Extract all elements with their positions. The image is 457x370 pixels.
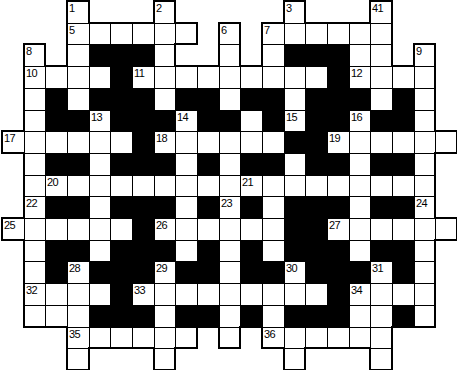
black-cell-r5c6: [132, 110, 155, 132]
cell-r3c14[interactable]: [305, 66, 328, 89]
cell-r16c3[interactable]: [67, 348, 90, 370]
clue-number-41: 41: [372, 2, 383, 14]
cell-r8c12[interactable]: [262, 175, 285, 197]
cell-r10c4[interactable]: [89, 218, 111, 241]
board-outline-segment: [218, 326, 220, 349]
cell-r14c16[interactable]: [349, 305, 371, 328]
clue-number-6: 6: [221, 24, 227, 36]
cell-r10c16[interactable]: [349, 218, 371, 241]
cell-r13c18[interactable]: [392, 283, 415, 306]
cell-r15c12[interactable]: 36: [262, 327, 285, 349]
cell-r14c19[interactable]: [414, 305, 436, 328]
black-cell-r2c15: [327, 44, 350, 67]
black-cell-r10c13: [284, 218, 306, 241]
board-outline-segment: [391, 22, 393, 45]
clue-number-19: 19: [329, 132, 340, 144]
black-cell-r6c6: [132, 131, 155, 154]
black-cell-r7c2: [45, 153, 68, 176]
board-outline-segment: [1, 217, 25, 219]
board-outline-segment: [174, 65, 198, 67]
black-cell-r4c9: [197, 88, 220, 111]
cell-r10c11[interactable]: [240, 218, 263, 241]
cell-r8c14[interactable]: [305, 175, 328, 197]
cell-r15c8[interactable]: [175, 327, 198, 349]
board-outline-segment: [434, 152, 436, 176]
black-cell-r12c11: [240, 261, 263, 284]
cell-r12c7[interactable]: 29: [154, 261, 176, 284]
board-outline-segment: [434, 65, 436, 89]
cell-r9c1[interactable]: 22: [24, 196, 46, 219]
black-cell-r7c11: [240, 153, 263, 176]
board-outline-segment: [66, 347, 68, 370]
board-outline-segment: [304, 0, 306, 24]
board-outline-segment: [88, 347, 111, 349]
cell-r5c19[interactable]: [414, 110, 436, 132]
cell-r4c1[interactable]: [24, 88, 46, 111]
cell-r10c10[interactable]: [219, 218, 241, 241]
cell-r10c3[interactable]: [67, 218, 90, 241]
cell-r2c19[interactable]: 9: [414, 44, 436, 67]
board-outline-segment: [434, 152, 457, 154]
cell-r8c9[interactable]: [197, 175, 220, 197]
cell-r13c4[interactable]: [89, 283, 111, 306]
black-cell-r7c12: [262, 153, 285, 176]
board-outline-segment: [413, 43, 436, 45]
cell-r3c10[interactable]: [219, 66, 241, 89]
cell-r13c19[interactable]: [414, 283, 436, 306]
board-outline-segment: [88, 347, 90, 370]
cell-r9c10[interactable]: 23: [219, 196, 241, 219]
cell-r3c17[interactable]: [370, 66, 393, 89]
clue-number-15: 15: [286, 111, 297, 123]
cell-r15c15[interactable]: [327, 327, 350, 349]
cell-r6c10[interactable]: [219, 131, 241, 154]
cell-r11c12[interactable]: [262, 240, 285, 262]
cell-r5c8[interactable]: 14: [175, 110, 198, 132]
cell-r7c16[interactable]: [349, 153, 371, 176]
board-outline-segment: [44, 326, 68, 328]
cell-r1c10[interactable]: 6: [219, 23, 241, 45]
board-outline-segment: [261, 326, 263, 349]
cell-r7c1[interactable]: [24, 153, 46, 176]
board-outline-segment: [218, 347, 241, 349]
cell-r15c7[interactable]: [154, 327, 176, 349]
cell-r13c16[interactable]: 34: [349, 283, 371, 306]
cell-r3c13[interactable]: [284, 66, 306, 89]
cell-r10c20[interactable]: [435, 218, 457, 241]
cell-r13c11[interactable]: [240, 283, 263, 306]
black-cell-r7c9: [197, 153, 220, 176]
black-cell-r14c11: [240, 305, 263, 328]
cell-r15c13[interactable]: [284, 327, 306, 349]
cell-r14c17[interactable]: [370, 305, 393, 328]
cell-r7c4[interactable]: [89, 153, 111, 176]
board-outline-segment: [434, 174, 436, 197]
black-cell-r2c5: [110, 44, 133, 67]
clue-number-17: 17: [4, 132, 15, 144]
cell-r4c19[interactable]: [414, 88, 436, 111]
cell-r8c8[interactable]: [175, 175, 198, 197]
black-cell-r14c5: [110, 305, 133, 328]
cell-r4c7[interactable]: [154, 88, 176, 111]
black-cell-r4c18: [392, 88, 415, 111]
cell-r12c17[interactable]: 31: [370, 261, 393, 284]
cell-r9c19[interactable]: 24: [414, 196, 436, 219]
clue-number-8: 8: [26, 45, 32, 57]
cell-r1c16[interactable]: [349, 23, 371, 45]
board-outline-segment: [261, 347, 285, 349]
cell-r5c16[interactable]: 16: [349, 110, 371, 132]
cell-r9c8[interactable]: [175, 196, 198, 219]
clue-number-3: 3: [286, 2, 292, 14]
board-outline-segment: [326, 347, 350, 349]
board-outline-segment: [434, 130, 457, 132]
clue-number-31: 31: [372, 262, 383, 274]
cell-r8c18[interactable]: [392, 175, 415, 197]
cell-r6c19[interactable]: [414, 131, 436, 154]
cell-r10c17[interactable]: [370, 218, 393, 241]
cell-r7c10[interactable]: [219, 153, 241, 176]
cell-r13c14[interactable]: [305, 283, 328, 306]
board-outline-segment: [369, 347, 371, 370]
black-cell-r7c7: [154, 153, 176, 176]
black-cell-r5c17: [370, 110, 393, 132]
cell-r9c12[interactable]: [262, 196, 285, 219]
board-outline-segment: [23, 152, 25, 176]
clue-number-27: 27: [329, 219, 340, 231]
cell-r6c8[interactable]: [175, 131, 198, 154]
cell-r15c3[interactable]: 35: [67, 327, 90, 349]
cell-r2c1[interactable]: 8: [24, 44, 46, 67]
cell-r2c7[interactable]: [154, 44, 176, 67]
black-cell-r7c3: [67, 153, 90, 176]
black-cell-r14c18: [392, 305, 415, 328]
cell-r8c5[interactable]: [110, 175, 133, 197]
cell-r6c9[interactable]: [197, 131, 220, 154]
cell-r13c13[interactable]: [284, 283, 306, 306]
clue-number-7: 7: [264, 24, 270, 36]
clue-number-34: 34: [351, 284, 362, 296]
cell-r13c3[interactable]: [67, 283, 90, 306]
black-cell-r12c5: [110, 261, 133, 284]
cell-r2c12[interactable]: [262, 44, 285, 67]
cell-r0c7[interactable]: 2: [154, 1, 176, 24]
black-cell-r12c2: [45, 261, 68, 284]
cell-r11c1[interactable]: [24, 240, 46, 262]
black-cell-r2c14: [305, 44, 328, 67]
board-outline-segment: [23, 282, 25, 306]
cell-r8c3[interactable]: [67, 175, 90, 197]
board-outline-segment: [391, 0, 393, 24]
black-cell-r14c6: [132, 305, 155, 328]
cell-r1c7[interactable]: [154, 23, 176, 45]
cell-r12c10[interactable]: [219, 261, 241, 284]
cell-r13c17[interactable]: [370, 283, 393, 306]
cell-r3c18[interactable]: [392, 66, 415, 89]
clue-number-20: 20: [47, 176, 58, 188]
board-outline-segment: [434, 195, 436, 219]
black-cell-r7c6: [132, 153, 155, 176]
cell-r6c16[interactable]: [349, 131, 371, 154]
board-outline-segment: [196, 65, 220, 67]
cell-r3c19[interactable]: [414, 66, 436, 89]
cell-r2c3[interactable]: [67, 44, 90, 67]
cell-r11c8[interactable]: [175, 240, 198, 262]
cell-r4c13[interactable]: [284, 88, 306, 111]
cell-r1c4[interactable]: [89, 23, 111, 45]
black-cell-r9c13: [284, 196, 306, 219]
cell-r3c8[interactable]: [175, 66, 198, 89]
cell-r7c8[interactable]: [175, 153, 198, 176]
cell-r13c7[interactable]: [154, 283, 176, 306]
cell-r10c8[interactable]: [175, 218, 198, 241]
cell-r15c16[interactable]: [349, 327, 371, 349]
cell-r14c3[interactable]: [67, 305, 90, 328]
cell-r14c12[interactable]: [262, 305, 285, 328]
cell-r6c17[interactable]: [370, 131, 393, 154]
cell-r3c3[interactable]: [67, 66, 90, 89]
cell-r10c12[interactable]: [262, 218, 285, 241]
cell-r5c13[interactable]: 15: [284, 110, 306, 132]
cell-r3c1[interactable]: 10: [24, 66, 46, 89]
clue-number-5: 5: [69, 24, 75, 36]
cell-r2c10[interactable]: [219, 44, 241, 67]
cell-r10c0[interactable]: 25: [2, 218, 25, 241]
cell-r14c1[interactable]: [24, 305, 46, 328]
cell-r6c7[interactable]: 18: [154, 131, 176, 154]
cell-r10c18[interactable]: [392, 218, 415, 241]
cell-r1c14[interactable]: [305, 23, 328, 45]
cell-r3c2[interactable]: [45, 66, 68, 89]
black-cell-r13c5: [110, 283, 133, 306]
black-cell-r11c7: [154, 240, 176, 262]
cell-r8c10[interactable]: [219, 175, 241, 197]
cell-r10c9[interactable]: [197, 218, 220, 241]
cell-r3c12[interactable]: [262, 66, 285, 89]
cell-r3c16[interactable]: 12: [349, 66, 371, 89]
cell-r6c2[interactable]: [45, 131, 68, 154]
board-outline-segment: [174, 43, 176, 67]
cell-r8c11[interactable]: 21: [240, 175, 263, 197]
cell-r6c20[interactable]: [435, 131, 457, 154]
board-outline-segment: [283, 347, 285, 370]
cell-r15c4[interactable]: [89, 327, 111, 349]
board-outline-segment: [261, 22, 263, 45]
board-outline-segment: [434, 304, 436, 328]
cell-r3c7[interactable]: [154, 66, 176, 89]
cell-r1c13[interactable]: [284, 23, 306, 45]
cell-r11c4[interactable]: [89, 240, 111, 262]
cell-r8c17[interactable]: [370, 175, 393, 197]
cell-r9c16[interactable]: [349, 196, 371, 219]
board-outline-segment: [66, 0, 68, 24]
board-outline-segment: [174, 347, 198, 349]
cell-r11c10[interactable]: [219, 240, 241, 262]
board-outline-segment: [391, 65, 415, 67]
board-outline-segment: [1, 217, 3, 241]
board-outline-segment: [283, 0, 285, 24]
cell-r16c17[interactable]: [370, 348, 393, 370]
black-cell-r10c6: [132, 218, 155, 241]
black-cell-r9c18: [392, 196, 415, 219]
cell-r10c1[interactable]: [24, 218, 46, 241]
board-outline-segment: [304, 22, 328, 24]
cell-r4c17[interactable]: [370, 88, 393, 111]
cell-r1c17[interactable]: [370, 23, 393, 45]
board-outline-segment: [174, 347, 176, 370]
black-cell-r6c13: [284, 131, 306, 154]
black-cell-r14c8: [175, 305, 198, 328]
black-cell-r12c15: [327, 261, 350, 284]
cell-r13c9[interactable]: [197, 283, 220, 306]
cell-r13c6[interactable]: 33: [132, 283, 155, 306]
black-cell-r9c3: [67, 196, 90, 219]
cell-r9c4[interactable]: [89, 196, 111, 219]
cell-r8c4[interactable]: [89, 175, 111, 197]
cell-r8c2[interactable]: 20: [45, 175, 68, 197]
clue-number-9: 9: [416, 45, 422, 57]
cell-r13c8[interactable]: [175, 283, 198, 306]
black-cell-r12c8: [175, 261, 198, 284]
cell-r8c19[interactable]: [414, 175, 436, 197]
cell-r6c0[interactable]: 17: [2, 131, 25, 154]
board-outline-segment: [261, 43, 263, 67]
cell-r10c15[interactable]: 27: [327, 218, 350, 241]
clue-number-33: 33: [134, 284, 145, 296]
cell-r2c16[interactable]: [349, 44, 371, 67]
black-cell-r14c13: [284, 305, 306, 328]
board-outline-segment: [88, 22, 111, 24]
clue-number-23: 23: [221, 197, 232, 209]
cell-r12c13[interactable]: 30: [284, 261, 306, 284]
board-outline-segment: [304, 347, 328, 349]
cell-r6c4[interactable]: [89, 131, 111, 154]
board-outline-segment: [348, 22, 371, 24]
cell-r16c7[interactable]: [154, 348, 176, 370]
clue-number-11: 11: [134, 67, 144, 79]
cell-r12c1[interactable]: [24, 261, 46, 284]
cell-r13c1[interactable]: 32: [24, 283, 46, 306]
black-cell-r7c15: [327, 153, 350, 176]
cell-r6c18[interactable]: [392, 131, 415, 154]
clue-number-35: 35: [69, 328, 80, 340]
board-outline-segment: [391, 326, 415, 328]
cell-r1c8[interactable]: [175, 23, 198, 45]
cell-r1c12[interactable]: 7: [262, 23, 285, 45]
black-cell-r13c15: [327, 283, 350, 306]
cell-r0c17[interactable]: 41: [370, 1, 393, 24]
board-outline-segment: [44, 65, 68, 67]
cell-r15c5[interactable]: [110, 327, 133, 349]
black-cell-r12c14: [305, 261, 328, 284]
cell-r10c7[interactable]: 26: [154, 218, 176, 241]
cell-r11c16[interactable]: [349, 240, 371, 262]
board-outline-segment: [23, 239, 25, 262]
cell-r0c3[interactable]: 1: [67, 1, 90, 24]
board-outline-segment: [1, 152, 25, 154]
cell-r11c19[interactable]: [414, 240, 436, 262]
black-cell-r4c16: [349, 88, 371, 111]
board-outline-segment: [23, 195, 25, 219]
cell-r16c13[interactable]: [284, 348, 306, 370]
black-cell-r9c2: [45, 196, 68, 219]
board-outline-segment: [23, 260, 25, 284]
cell-r10c19[interactable]: [414, 218, 436, 241]
cell-r13c2[interactable]: [45, 283, 68, 306]
cell-r1c5[interactable]: [110, 23, 133, 45]
cell-r6c12[interactable]: [262, 131, 285, 154]
cell-r7c13[interactable]: [284, 153, 306, 176]
board-outline-segment: [1, 239, 25, 241]
cell-r1c15[interactable]: [327, 23, 350, 45]
cell-r7c19[interactable]: [414, 153, 436, 176]
board-outline-segment: [23, 109, 25, 132]
cell-r15c6[interactable]: [132, 327, 155, 349]
cell-r3c6[interactable]: 11: [132, 66, 155, 89]
cell-r3c11[interactable]: [240, 66, 263, 89]
cell-r15c14[interactable]: [305, 327, 328, 349]
cell-r14c10[interactable]: [219, 305, 241, 328]
cell-r1c3[interactable]: 5: [67, 23, 90, 45]
cell-r14c7[interactable]: [154, 305, 176, 328]
cell-r5c4[interactable]: 13: [89, 110, 111, 132]
black-cell-r7c5: [110, 153, 133, 176]
board-outline-segment: [174, 22, 198, 24]
black-cell-r7c17: [370, 153, 393, 176]
board-outline-segment: [23, 174, 25, 197]
cell-r10c2[interactable]: [45, 218, 68, 241]
cell-r1c6[interactable]: [132, 23, 155, 45]
cell-r15c17[interactable]: [370, 327, 393, 349]
cell-r4c3[interactable]: [67, 88, 90, 111]
cell-r8c7[interactable]: [154, 175, 176, 197]
cell-r8c16[interactable]: [349, 175, 371, 197]
board-outline-segment: [174, 0, 176, 24]
cell-r5c1[interactable]: [24, 110, 46, 132]
black-cell-r4c11: [240, 88, 263, 111]
cell-r15c10[interactable]: [219, 327, 241, 349]
black-cell-r5c5: [110, 110, 133, 132]
cell-r0c13[interactable]: 3: [284, 1, 306, 24]
cell-r14c2[interactable]: [45, 305, 68, 328]
cell-r3c9[interactable]: [197, 66, 220, 89]
black-cell-r4c5: [110, 88, 133, 111]
cell-r6c11[interactable]: [240, 131, 263, 154]
board-outline-segment: [434, 87, 436, 111]
cell-r5c11[interactable]: [240, 110, 263, 132]
cell-r6c5[interactable]: [110, 131, 133, 154]
cell-r13c10[interactable]: [219, 283, 241, 306]
cell-r8c6[interactable]: [132, 175, 155, 197]
black-cell-r2c6: [132, 44, 155, 67]
cell-r8c15[interactable]: [327, 175, 350, 197]
cell-r3c4[interactable]: [89, 66, 111, 89]
cell-r8c1[interactable]: [24, 175, 46, 197]
cell-r4c10[interactable]: [219, 88, 241, 111]
cell-r8c13[interactable]: [284, 175, 306, 197]
cell-r6c3[interactable]: [67, 131, 90, 154]
cell-r6c1[interactable]: [24, 131, 46, 154]
black-cell-r3c15: [327, 66, 350, 89]
cell-r2c17[interactable]: [370, 44, 393, 67]
cell-r13c12[interactable]: [262, 283, 285, 306]
black-cell-r9c17: [370, 196, 393, 219]
cell-r12c3[interactable]: 28: [67, 261, 90, 284]
board-outline-segment: [239, 326, 241, 349]
cell-r10c5[interactable]: [110, 218, 133, 241]
cell-r6c15[interactable]: 19: [327, 131, 350, 154]
cell-r12c19[interactable]: [414, 261, 436, 284]
